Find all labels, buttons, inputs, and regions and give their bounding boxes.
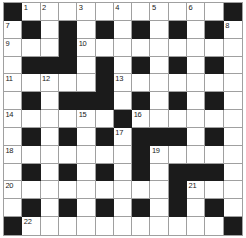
letter-cell-r8c0[interactable]: 18: [4, 146, 22, 164]
block-cell-r1c5: [96, 21, 114, 39]
letter-cell-r12c4[interactable]: [77, 217, 95, 235]
letter-cell-r3c10[interactable]: [187, 57, 205, 75]
letter-cell-r9c2[interactable]: [41, 164, 59, 182]
letter-cell-r4c6[interactable]: 13: [114, 74, 132, 92]
crossword-board: 12345678910111213141516171819202122: [3, 2, 243, 236]
clue-number-10: 10: [79, 39, 87, 48]
block-cell-r6c6: [114, 110, 132, 128]
letter-cell-r0c7[interactable]: [132, 3, 150, 21]
clue-number-9: 9: [6, 39, 10, 48]
clue-number-11: 11: [6, 74, 13, 83]
letter-cell-r1c6[interactable]: [114, 21, 132, 39]
letter-cell-r3c12[interactable]: [224, 57, 242, 75]
letter-cell-r12c6[interactable]: [114, 217, 132, 235]
letter-cell-r0c10[interactable]: 6: [187, 3, 205, 21]
letter-cell-r2c12[interactable]: [224, 39, 242, 57]
letter-cell-r4c10[interactable]: [187, 74, 205, 92]
letter-cell-r7c6[interactable]: 17: [114, 128, 132, 146]
letter-cell-r6c5[interactable]: [96, 110, 114, 128]
letter-cell-r8c8[interactable]: 19: [150, 146, 168, 164]
letter-cell-r11c10[interactable]: [187, 199, 205, 217]
letter-cell-r4c8[interactable]: [150, 74, 168, 92]
letter-cell-r3c0[interactable]: [4, 57, 22, 75]
letter-cell-r10c5[interactable]: [96, 181, 114, 199]
clue-number-12: 12: [42, 74, 50, 83]
block-cell-r5c9: [169, 92, 187, 110]
clue-number-7: 7: [6, 21, 10, 30]
letter-cell-r10c4[interactable]: [77, 181, 95, 199]
letter-cell-r8c12[interactable]: [224, 146, 242, 164]
letter-cell-r11c8[interactable]: [150, 199, 168, 217]
block-cell-r9c11: [205, 164, 223, 182]
block-cell-r0c12: [224, 3, 242, 21]
letter-cell-r12c11[interactable]: [205, 217, 223, 235]
block-cell-r8c7: [132, 146, 150, 164]
letter-cell-r1c10[interactable]: [187, 21, 205, 39]
letter-cell-r5c6[interactable]: [114, 92, 132, 110]
block-cell-r7c1: [22, 128, 40, 146]
letter-cell-r4c7[interactable]: [132, 74, 150, 92]
block-cell-r7c5: [96, 128, 114, 146]
block-cell-r12c12: [224, 217, 242, 235]
letter-cell-r3c8[interactable]: [150, 57, 168, 75]
block-cell-r11c11: [205, 199, 223, 217]
block-cell-r0c0: [4, 3, 22, 21]
clue-number-15: 15: [79, 110, 87, 119]
letter-cell-r10c3[interactable]: [59, 181, 77, 199]
letter-cell-r1c0[interactable]: 7: [4, 21, 22, 39]
letter-cell-r2c5[interactable]: [96, 39, 114, 57]
block-cell-r11c7: [132, 199, 150, 217]
letter-cell-r6c8[interactable]: [150, 110, 168, 128]
letter-cell-r8c10[interactable]: [187, 146, 205, 164]
letter-cell-r9c8[interactable]: [150, 164, 168, 182]
clue-number-5: 5: [152, 3, 156, 12]
letter-cell-r3c4[interactable]: [77, 57, 95, 75]
clue-number-14: 14: [6, 110, 14, 119]
block-cell-r9c5: [96, 164, 114, 182]
letter-cell-r12c10[interactable]: [187, 217, 205, 235]
letter-cell-r7c0[interactable]: [4, 128, 22, 146]
block-cell-r5c11: [205, 92, 223, 110]
block-cell-r3c1: [22, 57, 40, 75]
block-cell-r12c0: [4, 217, 22, 235]
letter-cell-r8c11[interactable]: [205, 146, 223, 164]
letter-cell-r9c0[interactable]: [4, 164, 22, 182]
letter-cell-r1c4[interactable]: [77, 21, 95, 39]
letter-cell-r4c2[interactable]: 12: [41, 74, 59, 92]
letter-cell-r7c10[interactable]: [187, 128, 205, 146]
letter-cell-r12c5[interactable]: [96, 217, 114, 235]
letter-cell-r10c6[interactable]: [114, 181, 132, 199]
letter-cell-r6c3[interactable]: [59, 110, 77, 128]
letter-cell-r6c10[interactable]: [187, 110, 205, 128]
clue-number-4: 4: [115, 3, 119, 12]
letter-cell-r0c4[interactable]: 3: [77, 3, 95, 21]
letter-cell-r4c4[interactable]: [77, 74, 95, 92]
letter-cell-r5c12[interactable]: [224, 92, 242, 110]
letter-cell-r11c12[interactable]: [224, 199, 242, 217]
block-cell-r5c5: [96, 92, 114, 110]
letter-cell-r6c1[interactable]: [22, 110, 40, 128]
block-cell-r3c3: [59, 57, 77, 75]
block-cell-r9c9: [169, 164, 187, 182]
block-cell-r9c10: [187, 164, 205, 182]
clue-number-16: 16: [134, 110, 142, 119]
clue-number-17: 17: [115, 128, 123, 137]
letter-cell-r4c11[interactable]: [205, 74, 223, 92]
letter-cell-r1c12[interactable]: 8: [224, 21, 242, 39]
block-cell-r3c7: [132, 57, 150, 75]
letter-cell-r10c7[interactable]: [132, 181, 150, 199]
clue-number-2: 2: [42, 3, 46, 12]
block-cell-r4c5: [96, 74, 114, 92]
clue-number-19: 19: [152, 146, 160, 155]
letter-cell-r10c11[interactable]: [205, 181, 223, 199]
letter-cell-r2c10[interactable]: [187, 39, 205, 57]
block-cell-r1c3: [59, 21, 77, 39]
letter-cell-r0c8[interactable]: 5: [150, 3, 168, 21]
block-cell-r7c9: [169, 128, 187, 146]
letter-cell-r8c1[interactable]: [22, 146, 40, 164]
letter-cell-r7c4[interactable]: [77, 128, 95, 146]
letter-cell-r0c3[interactable]: [59, 3, 77, 21]
letter-cell-r10c0[interactable]: 20: [4, 181, 22, 199]
letter-cell-r0c2[interactable]: 2: [41, 3, 59, 21]
letter-cell-r7c12[interactable]: [224, 128, 242, 146]
block-cell-r9c7: [132, 164, 150, 182]
clue-number-3: 3: [79, 3, 83, 12]
letter-cell-r8c2[interactable]: [41, 146, 59, 164]
block-cell-r11c5: [96, 199, 114, 217]
clue-number-20: 20: [6, 181, 14, 190]
block-cell-r7c3: [59, 128, 77, 146]
block-cell-r3c2: [41, 57, 59, 75]
letter-cell-r2c2[interactable]: [41, 39, 59, 57]
block-cell-r3c9: [169, 57, 187, 75]
block-cell-r9c3: [59, 164, 77, 182]
letter-cell-r10c10[interactable]: 21: [187, 181, 205, 199]
block-cell-r9c1: [22, 164, 40, 182]
letter-cell-r12c2[interactable]: [41, 217, 59, 235]
letter-cell-r12c9[interactable]: [169, 217, 187, 235]
clue-number-8: 8: [225, 21, 229, 30]
letter-cell-r10c2[interactable]: [41, 181, 59, 199]
letter-cell-r2c6[interactable]: [114, 39, 132, 57]
block-cell-r5c3: [59, 92, 77, 110]
letter-cell-r5c10[interactable]: [187, 92, 205, 110]
block-cell-r3c11: [205, 57, 223, 75]
letter-cell-r12c7[interactable]: [132, 217, 150, 235]
letter-cell-r4c3[interactable]: [59, 74, 77, 92]
letter-cell-r5c2[interactable]: [41, 92, 59, 110]
block-cell-r1c11: [205, 21, 223, 39]
letter-cell-r11c6[interactable]: [114, 199, 132, 217]
letter-cell-r4c12[interactable]: [224, 74, 242, 92]
letter-cell-r10c12[interactable]: [224, 181, 242, 199]
clue-number-22: 22: [24, 217, 32, 226]
letter-cell-r7c2[interactable]: [41, 128, 59, 146]
letter-cell-r0c1[interactable]: 1: [22, 3, 40, 21]
block-cell-r11c3: [59, 199, 77, 217]
letter-cell-r11c2[interactable]: [41, 199, 59, 217]
letter-cell-r0c11[interactable]: [205, 3, 223, 21]
letter-cell-r11c4[interactable]: [77, 199, 95, 217]
block-cell-r3c5: [96, 57, 114, 75]
block-cell-r1c1: [22, 21, 40, 39]
letter-cell-r3c6[interactable]: [114, 57, 132, 75]
letter-cell-r0c5[interactable]: [96, 3, 114, 21]
block-cell-r11c9: [169, 199, 187, 217]
letter-cell-r8c4[interactable]: [77, 146, 95, 164]
letter-cell-r0c9[interactable]: [169, 3, 187, 21]
letter-cell-r6c7[interactable]: 16: [132, 110, 150, 128]
block-cell-r7c11: [205, 128, 223, 146]
letter-cell-r5c8[interactable]: [150, 92, 168, 110]
block-cell-r2c3: [59, 39, 77, 57]
letter-cell-r6c2[interactable]: [41, 110, 59, 128]
block-cell-r1c7: [132, 21, 150, 39]
letter-cell-r6c11[interactable]: [205, 110, 223, 128]
letter-cell-r9c4[interactable]: [77, 164, 95, 182]
letter-cell-r2c8[interactable]: [150, 39, 168, 57]
letter-cell-r8c6[interactable]: [114, 146, 132, 164]
clue-number-6: 6: [189, 3, 193, 12]
letter-cell-r6c4[interactable]: 15: [77, 110, 95, 128]
letter-cell-r1c2[interactable]: [41, 21, 59, 39]
letter-cell-r12c8[interactable]: [150, 217, 168, 235]
letter-cell-r8c3[interactable]: [59, 146, 77, 164]
block-cell-r7c7: [132, 128, 150, 146]
clue-number-21: 21: [189, 181, 197, 190]
letter-cell-r6c9[interactable]: [169, 110, 187, 128]
block-cell-r11c1: [22, 199, 40, 217]
letter-cell-r4c1[interactable]: [22, 74, 40, 92]
letter-cell-r10c1[interactable]: [22, 181, 40, 199]
letter-cell-r2c9[interactable]: [169, 39, 187, 57]
letter-cell-r11c0[interactable]: [4, 199, 22, 217]
letter-cell-r10c8[interactable]: [150, 181, 168, 199]
letter-cell-r4c9[interactable]: [169, 74, 187, 92]
letter-cell-r6c0[interactable]: 14: [4, 110, 22, 128]
clue-number-1: 1: [24, 3, 28, 12]
letter-cell-r2c7[interactable]: [132, 39, 150, 57]
clue-number-13: 13: [115, 74, 123, 83]
letter-cell-r5c0[interactable]: [4, 92, 22, 110]
letter-cell-r12c3[interactable]: [59, 217, 77, 235]
letter-cell-r2c4[interactable]: 10: [77, 39, 95, 57]
letter-cell-r8c5[interactable]: [96, 146, 114, 164]
clue-number-18: 18: [6, 146, 14, 155]
block-cell-r5c1: [22, 92, 40, 110]
block-cell-r10c9: [169, 181, 187, 199]
letter-cell-r9c6[interactable]: [114, 164, 132, 182]
letter-cell-r8c9[interactable]: [169, 146, 187, 164]
block-cell-r5c7: [132, 92, 150, 110]
letter-cell-r9c12[interactable]: [224, 164, 242, 182]
block-cell-r7c8: [150, 128, 168, 146]
letter-cell-r1c8[interactable]: [150, 21, 168, 39]
letter-cell-r2c0[interactable]: 9: [4, 39, 22, 57]
letter-cell-r6c12[interactable]: [224, 110, 242, 128]
letter-cell-r2c11[interactable]: [205, 39, 223, 57]
block-cell-r5c4: [77, 92, 95, 110]
letter-cell-r2c1[interactable]: [22, 39, 40, 57]
letter-cell-r4c0[interactable]: 11: [4, 74, 22, 92]
letter-cell-r0c6[interactable]: 4: [114, 3, 132, 21]
letter-cell-r12c1[interactable]: 22: [22, 217, 40, 235]
block-cell-r1c9: [169, 21, 187, 39]
